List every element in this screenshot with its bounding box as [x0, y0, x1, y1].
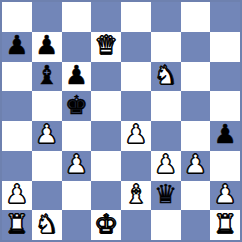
- square-a6[interactable]: [2, 62, 32, 92]
- square-d7[interactable]: ♛: [91, 32, 121, 62]
- square-c8[interactable]: [62, 2, 92, 32]
- square-g8[interactable]: [181, 2, 211, 32]
- square-e1[interactable]: [121, 210, 151, 240]
- square-h5[interactable]: [210, 91, 240, 121]
- square-h1[interactable]: ♜: [210, 210, 240, 240]
- square-c4[interactable]: [62, 121, 92, 151]
- square-a8[interactable]: [2, 2, 32, 32]
- square-g2[interactable]: [181, 181, 211, 211]
- square-b2[interactable]: [32, 181, 62, 211]
- white-knight[interactable]: ♞: [154, 62, 177, 90]
- square-a7[interactable]: ♟: [2, 32, 32, 62]
- square-e4[interactable]: ♟: [121, 121, 151, 151]
- square-f6[interactable]: ♞: [151, 62, 181, 92]
- square-h4[interactable]: ♟: [210, 121, 240, 151]
- white-bishop[interactable]: ♝: [124, 181, 147, 209]
- square-h7[interactable]: [210, 32, 240, 62]
- square-b6[interactable]: ♝: [32, 62, 62, 92]
- square-h6[interactable]: [210, 62, 240, 92]
- white-queen[interactable]: ♛: [94, 32, 117, 60]
- chess-board[interactable]: ♟♟♛♝♟♞♚♟♟♟♟♟♟♟♝♛♟♜♞♚♜: [0, 0, 242, 242]
- white-pawn[interactable]: ♟: [124, 121, 147, 149]
- square-a2[interactable]: ♟: [2, 181, 32, 211]
- square-e3[interactable]: [121, 151, 151, 181]
- square-f7[interactable]: [151, 32, 181, 62]
- white-pawn[interactable]: ♟: [5, 181, 28, 209]
- black-pawn[interactable]: ♟: [35, 32, 58, 60]
- square-g1[interactable]: [181, 210, 211, 240]
- square-b4[interactable]: ♟: [32, 121, 62, 151]
- square-h2[interactable]: ♟: [210, 181, 240, 211]
- square-c5[interactable]: ♚: [62, 91, 92, 121]
- square-g7[interactable]: [181, 32, 211, 62]
- white-rook[interactable]: ♜: [5, 210, 28, 238]
- square-f2[interactable]: ♛: [151, 181, 181, 211]
- square-d2[interactable]: [91, 181, 121, 211]
- square-e6[interactable]: [121, 62, 151, 92]
- square-g5[interactable]: [181, 91, 211, 121]
- white-pawn[interactable]: ♟: [213, 181, 236, 209]
- square-g4[interactable]: [181, 121, 211, 151]
- square-c7[interactable]: [62, 32, 92, 62]
- square-c3[interactable]: ♟: [62, 151, 92, 181]
- square-d6[interactable]: [91, 62, 121, 92]
- square-f4[interactable]: [151, 121, 181, 151]
- square-f1[interactable]: [151, 210, 181, 240]
- square-f8[interactable]: [151, 2, 181, 32]
- white-rook[interactable]: ♜: [213, 210, 236, 238]
- square-c6[interactable]: ♟: [62, 62, 92, 92]
- white-king[interactable]: ♚: [94, 210, 117, 238]
- square-a1[interactable]: ♜: [2, 210, 32, 240]
- square-a3[interactable]: [2, 151, 32, 181]
- square-g3[interactable]: ♟: [181, 151, 211, 181]
- square-b3[interactable]: [32, 151, 62, 181]
- black-king[interactable]: ♚: [65, 91, 88, 119]
- black-pawn[interactable]: ♟: [65, 62, 88, 90]
- square-f5[interactable]: [151, 91, 181, 121]
- black-bishop[interactable]: ♝: [35, 62, 58, 90]
- square-b8[interactable]: [32, 2, 62, 32]
- black-pawn[interactable]: ♟: [5, 32, 28, 60]
- square-a4[interactable]: [2, 121, 32, 151]
- black-queen[interactable]: ♛: [154, 181, 177, 209]
- white-pawn[interactable]: ♟: [35, 121, 58, 149]
- square-d3[interactable]: [91, 151, 121, 181]
- square-d1[interactable]: ♚: [91, 210, 121, 240]
- square-b1[interactable]: ♞: [32, 210, 62, 240]
- square-d4[interactable]: [91, 121, 121, 151]
- square-e5[interactable]: [121, 91, 151, 121]
- square-d5[interactable]: [91, 91, 121, 121]
- black-pawn[interactable]: ♟: [213, 121, 236, 149]
- square-g6[interactable]: [181, 62, 211, 92]
- white-knight[interactable]: ♞: [35, 210, 58, 238]
- square-d8[interactable]: [91, 2, 121, 32]
- white-pawn[interactable]: ♟: [65, 151, 88, 179]
- square-h3[interactable]: [210, 151, 240, 181]
- square-e8[interactable]: [121, 2, 151, 32]
- white-pawn[interactable]: ♟: [184, 151, 207, 179]
- square-f3[interactable]: ♟: [151, 151, 181, 181]
- square-e7[interactable]: [121, 32, 151, 62]
- square-h8[interactable]: [210, 2, 240, 32]
- chess-board-container: ♟♟♛♝♟♞♚♟♟♟♟♟♟♟♝♛♟♜♞♚♜: [0, 0, 242, 242]
- square-e2[interactable]: ♝: [121, 181, 151, 211]
- square-b5[interactable]: [32, 91, 62, 121]
- square-c2[interactable]: [62, 181, 92, 211]
- white-pawn[interactable]: ♟: [154, 151, 177, 179]
- square-b7[interactable]: ♟: [32, 32, 62, 62]
- square-a5[interactable]: [2, 91, 32, 121]
- square-c1[interactable]: [62, 210, 92, 240]
